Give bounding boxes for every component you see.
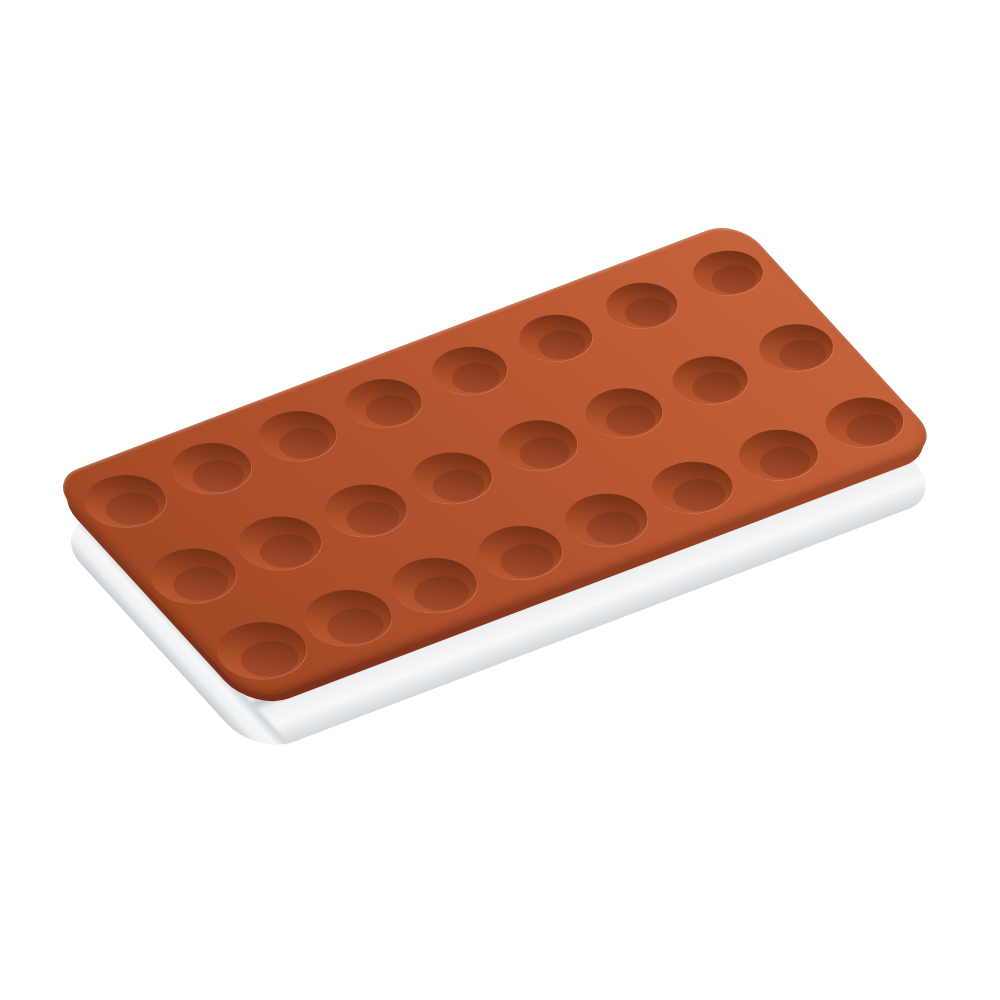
pit-r2-c2 <box>223 507 337 580</box>
pit-floor <box>183 454 253 498</box>
pit-floor <box>530 325 594 365</box>
pit-floor <box>317 602 393 650</box>
pit-r2-c4 <box>397 443 507 513</box>
product-photo-background <box>0 0 1000 1000</box>
pit-floor <box>703 260 764 298</box>
pit-r3-c8 <box>812 388 918 456</box>
pit-r2-c6 <box>571 379 676 446</box>
pit-floor <box>337 496 409 541</box>
pit-floor <box>684 366 750 408</box>
pit-floor <box>231 634 309 683</box>
pit-floor <box>770 334 834 375</box>
pit-r2-c8 <box>746 315 846 379</box>
pit-floor <box>357 389 424 431</box>
pit-r1-c7 <box>593 274 691 336</box>
pit-r3-c3 <box>375 548 492 623</box>
pit-r3-c7 <box>724 420 832 489</box>
pit-floor <box>270 422 338 465</box>
pit-r1-c2 <box>157 434 266 504</box>
pit-floor <box>424 463 494 507</box>
pit-r1-c4 <box>331 370 435 437</box>
pit-floor <box>597 399 664 441</box>
pit-floor <box>617 292 679 331</box>
pit-r2-c5 <box>484 411 591 480</box>
pit-r3-c4 <box>463 516 578 589</box>
pit-r2-c3 <box>310 475 422 547</box>
pit-floor <box>443 357 508 398</box>
pit-r3-c6 <box>637 452 747 523</box>
pit-floor <box>164 560 238 607</box>
pit-floor <box>510 431 579 474</box>
pit-floor <box>97 486 168 531</box>
pit-floor <box>404 570 479 617</box>
pit-floor <box>250 528 323 574</box>
pit-r1-c8 <box>680 242 775 303</box>
pit-floor <box>664 473 734 518</box>
pit-r1-c5 <box>418 338 520 403</box>
pit-r3-c5 <box>550 484 663 556</box>
tray <box>48 219 942 704</box>
pit-r1-c6 <box>506 306 606 370</box>
pit-floor <box>577 505 649 551</box>
pit-floor <box>491 537 564 583</box>
pit-floor <box>751 440 820 484</box>
pit-r2-c7 <box>659 347 762 413</box>
pit-floor <box>837 408 905 451</box>
pit-r1-c3 <box>244 402 351 470</box>
